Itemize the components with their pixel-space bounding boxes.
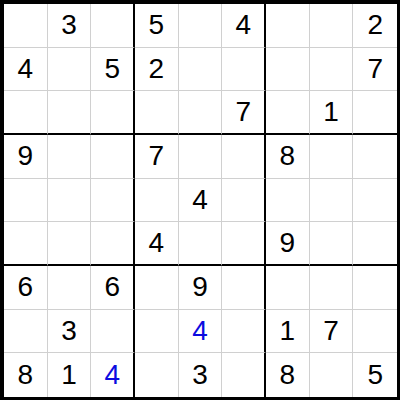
cell-r6c7[interactable]: 9	[266, 222, 310, 266]
cell-r7c7[interactable]	[266, 266, 310, 310]
cell-r4c7[interactable]: 8	[266, 135, 310, 179]
cell-r9c1[interactable]: 8	[4, 353, 48, 397]
cell-r6c5[interactable]	[179, 222, 223, 266]
given-digit: 5	[149, 11, 165, 39]
given-digit: 7	[323, 317, 339, 345]
cell-r7c1[interactable]: 6	[4, 266, 48, 310]
cell-r9c3[interactable]: 4	[91, 353, 135, 397]
cell-r2c4[interactable]: 2	[135, 48, 179, 92]
given-digit: 8	[18, 361, 34, 389]
cell-r5c9[interactable]	[353, 179, 397, 223]
cell-r3c6[interactable]: 7	[222, 91, 266, 135]
sudoku-board: 35424527719784496693417814385	[0, 0, 400, 400]
given-digit: 5	[104, 55, 120, 83]
cell-r1c2[interactable]: 3	[48, 4, 92, 48]
given-digit: 7	[235, 98, 251, 126]
cell-r6c1[interactable]	[4, 222, 48, 266]
cell-r9c9[interactable]: 5	[353, 353, 397, 397]
cell-r8c9[interactable]	[353, 310, 397, 354]
cell-r3c4[interactable]	[135, 91, 179, 135]
cell-r3c1[interactable]	[4, 91, 48, 135]
cell-r4c9[interactable]	[353, 135, 397, 179]
cell-r5c2[interactable]	[48, 179, 92, 223]
cell-r2c8[interactable]	[310, 48, 354, 92]
cell-r9c2[interactable]: 1	[48, 353, 92, 397]
given-digit: 3	[192, 361, 208, 389]
cell-r8c8[interactable]: 7	[310, 310, 354, 354]
cell-r5c6[interactable]	[222, 179, 266, 223]
cell-r1c6[interactable]: 4	[222, 4, 266, 48]
cell-r6c9[interactable]	[353, 222, 397, 266]
cell-r1c5[interactable]	[179, 4, 223, 48]
given-digit: 4	[192, 186, 208, 214]
given-digit: 3	[61, 317, 77, 345]
given-digit: 8	[280, 361, 296, 389]
cell-r8c6[interactable]	[222, 310, 266, 354]
cell-r3c8[interactable]: 1	[310, 91, 354, 135]
cell-r9c4[interactable]	[135, 353, 179, 397]
cell-r5c7[interactable]	[266, 179, 310, 223]
cell-r2c9[interactable]: 7	[353, 48, 397, 92]
given-digit: 1	[323, 98, 339, 126]
given-digit: 9	[192, 273, 208, 301]
cell-r2c2[interactable]	[48, 48, 92, 92]
given-digit: 3	[61, 11, 77, 39]
cell-r9c8[interactable]	[310, 353, 354, 397]
given-digit: 6	[104, 273, 120, 301]
cell-r5c4[interactable]	[135, 179, 179, 223]
cell-r3c2[interactable]	[48, 91, 92, 135]
given-digit: 2	[149, 55, 165, 83]
cell-r2c6[interactable]	[222, 48, 266, 92]
given-digit: 2	[367, 11, 383, 39]
given-digit: 7	[149, 142, 165, 170]
cell-r7c5[interactable]: 9	[179, 266, 223, 310]
cell-r6c6[interactable]	[222, 222, 266, 266]
cell-r7c6[interactable]	[222, 266, 266, 310]
cell-r4c5[interactable]	[179, 135, 223, 179]
user-digit: 4	[192, 317, 208, 345]
cell-r8c3[interactable]	[91, 310, 135, 354]
cell-r5c5[interactable]: 4	[179, 179, 223, 223]
cell-r4c4[interactable]: 7	[135, 135, 179, 179]
cell-r5c8[interactable]	[310, 179, 354, 223]
cell-r1c4[interactable]: 5	[135, 4, 179, 48]
cell-r3c5[interactable]	[179, 91, 223, 135]
cell-r1c1[interactable]	[4, 4, 48, 48]
cell-r8c5[interactable]: 4	[179, 310, 223, 354]
cell-r1c3[interactable]	[91, 4, 135, 48]
given-digit: 6	[18, 273, 34, 301]
cell-r8c7[interactable]: 1	[266, 310, 310, 354]
cell-r2c3[interactable]: 5	[91, 48, 135, 92]
given-digit: 9	[18, 142, 34, 170]
cell-r3c7[interactable]	[266, 91, 310, 135]
cell-r4c8[interactable]	[310, 135, 354, 179]
sudoku-app: 35424527719784496693417814385	[0, 0, 400, 400]
given-digit: 4	[235, 11, 251, 39]
cell-r7c8[interactable]	[310, 266, 354, 310]
cell-r7c3[interactable]: 6	[91, 266, 135, 310]
cell-r6c4[interactable]: 4	[135, 222, 179, 266]
cell-r6c3[interactable]	[91, 222, 135, 266]
cell-r6c2[interactable]	[48, 222, 92, 266]
cell-r3c3[interactable]	[91, 91, 135, 135]
given-digit: 9	[280, 229, 296, 257]
cell-r4c1[interactable]: 9	[4, 135, 48, 179]
cell-r1c8[interactable]	[310, 4, 354, 48]
cell-r8c4[interactable]	[135, 310, 179, 354]
cell-r1c9[interactable]: 2	[353, 4, 397, 48]
cell-r6c8[interactable]	[310, 222, 354, 266]
given-digit: 1	[61, 361, 77, 389]
cell-r7c2[interactable]	[48, 266, 92, 310]
cell-r2c5[interactable]	[179, 48, 223, 92]
given-digit: 4	[18, 55, 34, 83]
cell-r5c3[interactable]	[91, 179, 135, 223]
given-digit: 8	[280, 142, 296, 170]
cell-r2c7[interactable]	[266, 48, 310, 92]
cell-r2c1[interactable]: 4	[4, 48, 48, 92]
cell-r8c2[interactable]: 3	[48, 310, 92, 354]
cell-r7c9[interactable]	[353, 266, 397, 310]
given-digit: 5	[367, 361, 383, 389]
cell-r3c9[interactable]	[353, 91, 397, 135]
given-digit: 1	[280, 317, 296, 345]
cell-r1c7[interactable]	[266, 4, 310, 48]
given-digit: 4	[149, 229, 165, 257]
cell-r9c7[interactable]: 8	[266, 353, 310, 397]
given-digit: 7	[367, 55, 383, 83]
cell-r8c1[interactable]	[4, 310, 48, 354]
cell-r9c5[interactable]: 3	[179, 353, 223, 397]
cell-r4c2[interactable]	[48, 135, 92, 179]
cell-r5c1[interactable]	[4, 179, 48, 223]
cell-r4c3[interactable]	[91, 135, 135, 179]
cell-r7c4[interactable]	[135, 266, 179, 310]
cell-r9c6[interactable]	[222, 353, 266, 397]
user-digit: 4	[104, 361, 120, 389]
cell-r4c6[interactable]	[222, 135, 266, 179]
